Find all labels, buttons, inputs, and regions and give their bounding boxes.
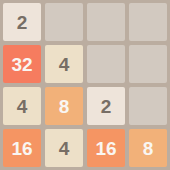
board-grid[interactable]: 2324482164168 [0, 0, 170, 170]
empty-cell [87, 45, 125, 83]
tile-2: 2 [87, 87, 125, 125]
tile-4: 4 [45, 129, 83, 167]
empty-cell [129, 87, 167, 125]
tile-2: 2 [3, 3, 41, 41]
tile-4: 4 [3, 87, 41, 125]
empty-cell [87, 3, 125, 41]
tile-32: 32 [3, 45, 41, 83]
tile-16: 16 [87, 129, 125, 167]
tile-8: 8 [129, 129, 167, 167]
tile-16: 16 [3, 129, 41, 167]
empty-cell [129, 45, 167, 83]
tile-8: 8 [45, 87, 83, 125]
empty-cell [45, 3, 83, 41]
tile-4: 4 [45, 45, 83, 83]
empty-cell [129, 3, 167, 41]
